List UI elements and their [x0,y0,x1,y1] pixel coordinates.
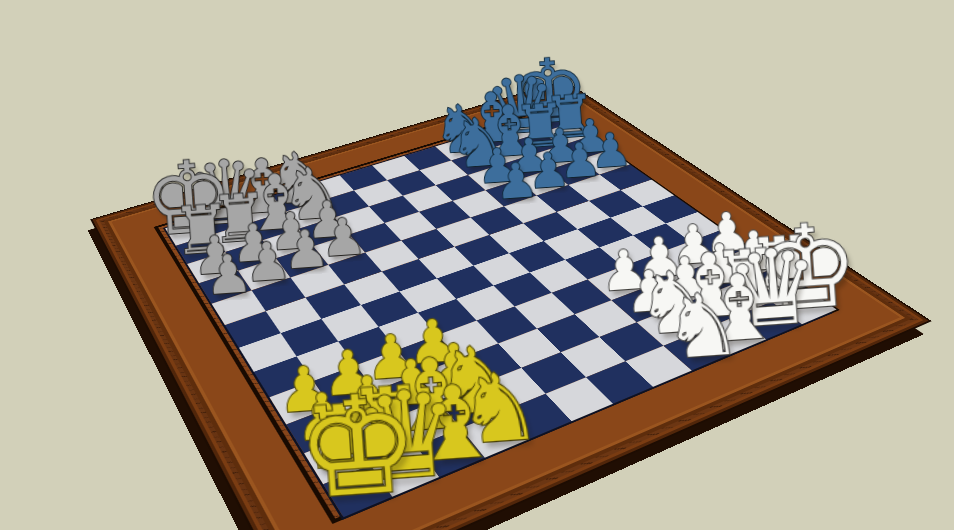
yellow-king[interactable]: ♚ [293,379,424,517]
blue-pawn[interactable]: ♟ [493,157,539,205]
white-knight[interactable]: ♞ [661,282,744,370]
square-5-5[interactable] [419,247,474,279]
chessboard-grid: ♚♛♝♞♞♝♛♚♜♜♝♞♞♝♜♜♟♟♟♟♟♟♟♟♟♟♟♟♟♟♟♟♟♟♟♟♟♟♟♟… [163,111,833,520]
chess-board-model: ♚♛♝♞♞♝♛♚♜♜♝♞♞♝♜♜♟♟♟♟♟♟♟♟♟♟♟♟♟♟♟♟♟♟♟♟♟♟♟♟… [99,84,918,530]
square-5-4[interactable] [382,259,437,292]
square-11-0[interactable]: ♚ [323,465,392,517]
wooden-board-frame: ♚♛♝♞♞♝♛♚♜♜♝♞♞♝♜♜♟♟♟♟♟♟♟♟♟♟♟♟♟♟♟♟♟♟♟♟♟♟♟♟… [99,84,918,530]
square-3-0[interactable]: ♟ [199,271,251,304]
sketchup-viewport: ♚♛♝♞♞♝♛♚♜♜♝♞♞♝♜♜♟♟♟♟♟♟♟♟♟♟♟♟♟♟♟♟♟♟♟♟♟♟♟♟… [0,0,954,530]
